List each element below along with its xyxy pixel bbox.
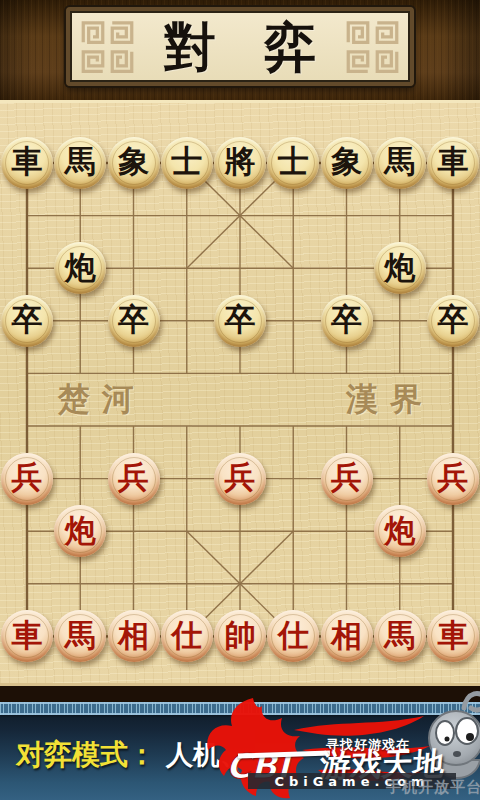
piece-glyph: 車	[12, 146, 43, 177]
piece-black-soldier[interactable]: 卒	[426, 294, 479, 347]
piece-red-cannon[interactable]: 炮	[54, 505, 107, 558]
piece-glyph: 仕	[278, 620, 309, 651]
meander-motif-icon	[109, 19, 135, 45]
meander-pattern-right	[345, 19, 400, 74]
meander-motif-icon	[80, 19, 106, 45]
piece-glyph: 將	[225, 146, 256, 177]
piece-glyph: 兵	[225, 462, 256, 493]
piece-glyph: 馬	[384, 620, 415, 651]
piece-glyph: 車	[12, 620, 43, 651]
xiangqi-board[interactable]: 楚河 漢界 車馬象士將士象馬車炮炮卒卒卒卒卒兵兵兵兵兵炮炮車馬相仕帥仕相馬車	[0, 100, 480, 685]
piece-glyph: 炮	[384, 515, 415, 546]
piece-red-horse[interactable]: 馬	[373, 610, 426, 663]
piece-red-cannon[interactable]: 炮	[373, 505, 426, 558]
meander-motif-icon	[345, 19, 371, 45]
piece-glyph: 兵	[118, 462, 149, 493]
piece-glyph: 車	[438, 620, 469, 651]
piece-glyph: 兵	[12, 462, 43, 493]
piece-grid: 車馬象士將士象馬車炮炮卒卒卒卒卒兵兵兵兵兵炮炮車馬相仕帥仕相馬車	[0, 137, 479, 663]
piece-black-general[interactable]: 將	[213, 137, 266, 190]
piece-red-chariot[interactable]: 車	[426, 610, 479, 663]
meander-motif-icon	[374, 48, 400, 74]
piece-red-soldier[interactable]: 兵	[320, 452, 373, 505]
wood-header: 對弈	[0, 0, 480, 103]
piece-black-chariot[interactable]: 車	[0, 137, 53, 190]
meander-motif-icon	[374, 19, 400, 45]
piece-red-soldier[interactable]: 兵	[213, 452, 266, 505]
piece-black-soldier[interactable]: 卒	[320, 294, 373, 347]
piece-red-soldier[interactable]: 兵	[107, 452, 160, 505]
meander-motif-icon	[109, 48, 135, 74]
piece-glyph: 卒	[118, 304, 149, 335]
meander-pattern-left	[80, 19, 135, 74]
page-title: 對弈	[164, 21, 364, 73]
piece-black-advisor[interactable]: 士	[267, 137, 320, 190]
piece-glyph: 仕	[171, 620, 202, 651]
title-plaque: 對弈	[66, 7, 414, 86]
piece-red-general[interactable]: 帥	[213, 610, 266, 663]
piece-red-advisor[interactable]: 仕	[160, 610, 213, 663]
piece-black-cannon[interactable]: 炮	[373, 242, 426, 295]
xiangqi-app-screen: 對弈	[0, 0, 480, 800]
meander-motif-icon	[80, 48, 106, 74]
piece-glyph: 兵	[438, 462, 469, 493]
piece-red-chariot[interactable]: 車	[0, 610, 53, 663]
piece-black-advisor[interactable]: 士	[160, 137, 213, 190]
piece-glyph: 馬	[384, 146, 415, 177]
piece-red-soldier[interactable]: 兵	[426, 452, 479, 505]
piece-glyph: 兵	[331, 462, 362, 493]
piece-glyph: 車	[438, 146, 469, 177]
piece-glyph: 馬	[65, 620, 96, 651]
piece-black-soldier[interactable]: 卒	[0, 294, 53, 347]
piece-glyph: 象	[331, 146, 362, 177]
mode-label: 对弈模式：	[16, 736, 156, 774]
piece-red-horse[interactable]: 馬	[54, 610, 107, 663]
piece-glyph: 馬	[65, 146, 96, 177]
piece-glyph: 卒	[225, 304, 256, 335]
piece-glyph: 象	[118, 146, 149, 177]
piece-black-elephant[interactable]: 象	[107, 137, 160, 190]
piece-glyph: 士	[171, 146, 202, 177]
piece-black-horse[interactable]: 馬	[54, 137, 107, 190]
piece-glyph: 卒	[331, 304, 362, 335]
piece-red-soldier[interactable]: 兵	[0, 452, 53, 505]
piece-red-elephant[interactable]: 相	[320, 610, 373, 663]
piece-glyph: 帥	[225, 620, 256, 651]
piece-glyph: 相	[118, 620, 149, 651]
piece-glyph: 炮	[384, 252, 415, 283]
meander-motif-icon	[345, 48, 371, 74]
piece-black-cannon[interactable]: 炮	[54, 242, 107, 295]
piece-black-horse[interactable]: 馬	[373, 137, 426, 190]
piece-glyph: 炮	[65, 252, 96, 283]
piece-glyph: 炮	[65, 515, 96, 546]
piece-black-elephant[interactable]: 象	[320, 137, 373, 190]
piece-glyph: 卒	[438, 304, 469, 335]
piece-glyph: 卒	[12, 304, 43, 335]
piece-glyph: 相	[331, 620, 362, 651]
piece-black-chariot[interactable]: 車	[426, 137, 479, 190]
watermark-platform: 手机开放平台	[386, 778, 480, 797]
piece-black-soldier[interactable]: 卒	[213, 294, 266, 347]
piece-black-soldier[interactable]: 卒	[107, 294, 160, 347]
piece-glyph: 士	[278, 146, 309, 177]
piece-red-elephant[interactable]: 相	[107, 610, 160, 663]
piece-red-advisor[interactable]: 仕	[267, 610, 320, 663]
